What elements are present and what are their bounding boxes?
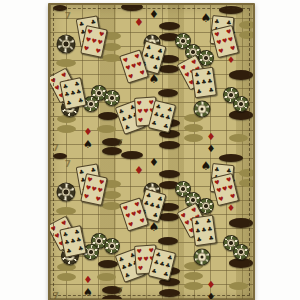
oval-motif-dark bbox=[219, 154, 243, 162]
card-pip: ♥ bbox=[138, 215, 146, 225]
oval-motif-dark bbox=[121, 151, 143, 159]
card-pip: ♣ bbox=[151, 210, 159, 220]
oval-motif-olive bbox=[57, 273, 76, 281]
card-pip: ♣ bbox=[162, 269, 170, 279]
oval-motif-olive bbox=[184, 272, 203, 280]
oval-motif-olive bbox=[229, 282, 248, 290]
oval-motif-olive bbox=[184, 134, 203, 142]
oval-motif-dark bbox=[98, 260, 118, 268]
oval-motif-dark bbox=[159, 170, 180, 178]
oval-motif-olive bbox=[56, 59, 76, 67]
card-pip: ♥ bbox=[229, 191, 237, 201]
card-pips: ♣♣♣♣♣♣♣ bbox=[62, 227, 85, 255]
poker-chip bbox=[233, 244, 249, 260]
playing-card-red: ♥♥♥♥♥♥♥ bbox=[80, 173, 108, 206]
oval-motif-dark bbox=[158, 89, 178, 97]
poker-chip bbox=[233, 96, 249, 112]
poker-chip bbox=[57, 183, 76, 202]
suit-symbol: ♦ bbox=[149, 157, 159, 168]
card-pips: ♥♥♥♥♥♥♥ bbox=[83, 175, 106, 203]
faint-numeral: 7 bbox=[65, 11, 71, 21]
suit-symbol: ♦ bbox=[207, 292, 216, 300]
card-pip: ♣ bbox=[205, 68, 212, 77]
card-pip: ♣ bbox=[162, 121, 170, 131]
faint-numeral: 7 bbox=[117, 286, 123, 296]
oval-motif-olive bbox=[97, 273, 116, 281]
poker-chip bbox=[57, 35, 76, 54]
oval-motif-olive bbox=[102, 202, 121, 210]
oval-motif-olive bbox=[239, 21, 256, 29]
card-pip: ♥ bbox=[94, 46, 102, 55]
oval-motif-olive bbox=[56, 207, 76, 215]
card-pips: ♣♣♣♣♣♣♣ bbox=[62, 79, 85, 107]
playing-card-black: ♣♣♣♣♣♣♣ bbox=[59, 77, 87, 110]
suit-symbol: ♠ bbox=[83, 287, 93, 298]
faint-numeral: 7 bbox=[117, 138, 123, 148]
suit-symbol: ♠ bbox=[149, 73, 160, 85]
card-pips: ♥♥♥♥♥♥♥ bbox=[213, 27, 237, 56]
card-pips: ♥♥♥♥♥♥♥ bbox=[213, 175, 237, 204]
card-pip: ♥ bbox=[229, 43, 237, 53]
oval-motif-olive bbox=[229, 134, 248, 142]
oval-motif-dark bbox=[121, 3, 143, 11]
card-pip: ♣ bbox=[208, 85, 215, 94]
suit-symbol: ♦ bbox=[84, 127, 93, 137]
suit-symbol: ♦ bbox=[227, 56, 235, 65]
suit-symbol: ♠ bbox=[201, 12, 212, 24]
oval-motif-olive bbox=[97, 125, 116, 133]
oval-motif-dark bbox=[159, 289, 180, 297]
oval-motif-olive bbox=[239, 31, 256, 39]
oval-motif-dark bbox=[102, 147, 122, 155]
suit-symbol: ♦ bbox=[149, 9, 159, 20]
oval-motif-olive bbox=[184, 124, 203, 132]
card-pips: ♣♣♣♣♣♣♣ bbox=[150, 250, 174, 279]
suit-symbol: ♦ bbox=[207, 132, 216, 142]
card-pips: ♣♣♣♣♣♣♣ bbox=[150, 102, 174, 131]
oval-motif-dark bbox=[98, 112, 118, 120]
oval-motif-olive bbox=[184, 282, 203, 290]
card-pip: ♣ bbox=[206, 225, 213, 234]
oval-motif-olive bbox=[57, 125, 76, 133]
card-pips: ♣♣♣♣♣♣♣ bbox=[193, 216, 214, 243]
suit-symbol: ♠ bbox=[149, 221, 160, 233]
card-pip: ♣ bbox=[77, 95, 85, 104]
playing-card-black: ♣♣♣♣♣♣♣ bbox=[191, 66, 217, 98]
playing-card-black: ♣♣♣♣♣♣♣ bbox=[59, 225, 87, 258]
card-pips: ♥♥♥♥♥♥♥ bbox=[83, 27, 106, 55]
card-pip: ♥ bbox=[94, 194, 102, 203]
poker-chip bbox=[194, 101, 211, 118]
oval-motif-olive bbox=[239, 169, 256, 177]
faint-numeral: 7 bbox=[53, 291, 59, 300]
card-pip: ♣ bbox=[77, 243, 85, 252]
oval-motif-dark bbox=[159, 22, 180, 30]
suit-symbol: ♦ bbox=[84, 275, 93, 285]
suit-symbol: ♦ bbox=[134, 165, 144, 176]
oval-motif-olive bbox=[102, 54, 121, 62]
suit-symbol: ♠ bbox=[83, 139, 93, 150]
card-pips: ♣♣♣♣♣♣♣ bbox=[193, 68, 214, 95]
oval-motif-dark bbox=[229, 218, 253, 228]
product-photo: ♣♣♣♣♣♣♣♥♥♥♥♥♥♥♣♣♣♣♣♣♣♥♥♥♥♥♥♥♥♥♥♥♥♥♥♣♣♣♣♣… bbox=[0, 0, 300, 300]
casino-rug: ♣♣♣♣♣♣♣♥♥♥♥♥♥♥♣♣♣♣♣♣♣♥♥♥♥♥♥♥♥♥♥♥♥♥♥♣♣♣♣♣… bbox=[48, 3, 255, 300]
faint-numeral: 7 bbox=[53, 143, 59, 153]
poker-chip bbox=[104, 238, 120, 254]
oval-motif-dark bbox=[229, 70, 253, 80]
poker-chip bbox=[104, 90, 120, 106]
suit-symbol: ♠ bbox=[201, 160, 212, 172]
oval-motif-olive bbox=[239, 179, 256, 187]
oval-motif-dark bbox=[219, 6, 243, 14]
faint-numeral: 7 bbox=[65, 159, 71, 169]
suit-symbol: ♦ bbox=[207, 280, 216, 290]
suit-symbol: ♦ bbox=[227, 204, 235, 213]
oval-motif-dark bbox=[159, 141, 180, 149]
poker-chip bbox=[194, 249, 211, 266]
suit-symbol: ♦ bbox=[134, 17, 144, 28]
card-pip: ♣ bbox=[151, 62, 159, 72]
card-pip: ♥ bbox=[138, 67, 146, 77]
playing-card-red: ♥♥♥♥♥♥♥ bbox=[80, 25, 108, 58]
card-pip: ♣ bbox=[205, 216, 212, 225]
playing-card-black: ♣♣♣♣♣♣♣ bbox=[191, 214, 217, 246]
card-pip: ♣ bbox=[206, 77, 213, 86]
suit-symbol: ♦ bbox=[207, 144, 216, 154]
card-pip: ♣ bbox=[208, 233, 215, 242]
oval-motif-dark bbox=[158, 237, 178, 245]
